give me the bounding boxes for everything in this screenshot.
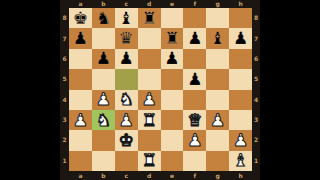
file-label-c: c [115, 171, 138, 180]
square-b2[interactable] [92, 130, 115, 150]
square-c7[interactable]: ♛ [115, 28, 138, 48]
file-label-a: a [69, 0, 92, 8]
file-label-f: f [183, 171, 206, 180]
square-g4[interactable] [206, 90, 229, 110]
square-e6[interactable]: ♟ [161, 49, 184, 69]
piece-white-pawn-h2[interactable]: ♟ [233, 131, 248, 148]
piece-white-pawn-g3[interactable]: ♟ [210, 111, 225, 128]
rank-label-6: 6 [60, 49, 69, 69]
rank-label-3: 3 [252, 110, 260, 130]
square-b7[interactable] [92, 28, 115, 48]
square-c8[interactable]: ♝ [115, 8, 138, 28]
piece-black-king-a8[interactable]: ♚ [73, 9, 88, 26]
file-label-d: d [138, 0, 161, 8]
square-e5[interactable] [161, 69, 184, 89]
piece-black-knight-b8[interactable]: ♞ [96, 9, 111, 26]
file-label-f: f [183, 0, 206, 8]
rank-label-1: 1 [60, 151, 69, 171]
rank-label-8: 8 [60, 8, 69, 28]
square-a5[interactable] [69, 69, 92, 89]
file-labels-bottom: abcdefgh [69, 171, 252, 180]
square-b4[interactable]: ♟ [92, 90, 115, 110]
square-e1[interactable] [161, 151, 184, 171]
square-a3[interactable]: ♟ [69, 110, 92, 130]
rank-labels-right: 87654321 [252, 8, 260, 171]
square-g6[interactable] [206, 49, 229, 69]
square-d4[interactable]: ♟ [138, 90, 161, 110]
square-c4[interactable]: ♞ [115, 90, 138, 110]
square-d2[interactable] [138, 130, 161, 150]
square-f5[interactable]: ♟ [183, 69, 206, 89]
square-f3[interactable]: ♛ [183, 110, 206, 130]
square-d7[interactable] [138, 28, 161, 48]
piece-white-knight-b3[interactable]: ♞ [96, 111, 111, 128]
square-e8[interactable] [161, 8, 184, 28]
piece-black-pawn-b6[interactable]: ♟ [96, 50, 111, 67]
square-g1[interactable] [206, 151, 229, 171]
square-e7[interactable]: ♜ [161, 28, 184, 48]
square-e4[interactable] [161, 90, 184, 110]
rank-label-4: 4 [60, 90, 69, 110]
rank-label-7: 7 [252, 28, 260, 48]
piece-black-rook-d8[interactable]: ♜ [141, 9, 156, 26]
piece-black-bishop-g7[interactable]: ♝ [210, 30, 225, 47]
rank-label-8: 8 [252, 8, 260, 28]
square-a4[interactable] [69, 90, 92, 110]
square-g5[interactable] [206, 69, 229, 89]
rank-label-7: 7 [60, 28, 69, 48]
file-label-c: c [115, 0, 138, 8]
square-g2[interactable] [206, 130, 229, 150]
piece-black-rook-e7[interactable]: ♜ [164, 30, 179, 47]
piece-white-rook-d1[interactable]: ♜ [141, 152, 156, 169]
chess-board[interactable]: ♚♞♝♜♟♛♜♟♝♟♟♟♟♟♟♞♟♟♞♟♜♛♟♚♟♟♜♝ [69, 8, 252, 171]
square-f8[interactable] [183, 8, 206, 28]
rank-label-6: 6 [252, 49, 260, 69]
square-g7[interactable]: ♝ [206, 28, 229, 48]
square-f2[interactable]: ♟ [183, 130, 206, 150]
file-label-g: g [206, 171, 229, 180]
rank-label-3: 3 [60, 110, 69, 130]
rank-label-2: 2 [252, 130, 260, 150]
square-h1[interactable]: ♝ [229, 151, 252, 171]
piece-white-pawn-f2[interactable]: ♟ [187, 131, 202, 148]
piece-white-pawn-a3[interactable]: ♟ [73, 111, 88, 128]
piece-white-pawn-b4[interactable]: ♟ [96, 91, 111, 108]
rank-label-1: 1 [252, 151, 260, 171]
square-h8[interactable] [229, 8, 252, 28]
piece-white-queen-f3[interactable]: ♛ [187, 111, 202, 128]
square-h7[interactable]: ♟ [229, 28, 252, 48]
square-f7[interactable]: ♟ [183, 28, 206, 48]
square-b8[interactable]: ♞ [92, 8, 115, 28]
file-label-b: b [92, 0, 115, 8]
piece-white-rook-d3[interactable]: ♜ [141, 111, 156, 128]
square-c3[interactable]: ♟ [115, 110, 138, 130]
square-a7[interactable]: ♟ [69, 28, 92, 48]
rank-labels-left: 87654321 [60, 8, 69, 171]
square-h4[interactable] [229, 90, 252, 110]
square-d5[interactable] [138, 69, 161, 89]
square-b3[interactable]: ♞ [92, 110, 115, 130]
video-frame: abcdefgh 87654321 ♚♞♝♜♟♛♜♟♝♟♟♟♟♟♟♞♟♟♞♟♜♛… [0, 0, 320, 180]
piece-black-pawn-f5[interactable]: ♟ [187, 70, 202, 87]
square-g8[interactable] [206, 8, 229, 28]
square-b1[interactable] [92, 151, 115, 171]
piece-black-pawn-a7[interactable]: ♟ [73, 30, 88, 47]
chess-diagram: abcdefgh 87654321 ♚♞♝♜♟♛♜♟♝♟♟♟♟♟♟♞♟♟♞♟♜♛… [60, 0, 260, 180]
square-c1[interactable] [115, 151, 138, 171]
square-a8[interactable]: ♚ [69, 8, 92, 28]
square-d8[interactable]: ♜ [138, 8, 161, 28]
square-c5[interactable] [115, 69, 138, 89]
file-label-a: a [69, 171, 92, 180]
square-h5[interactable] [229, 69, 252, 89]
square-b6[interactable]: ♟ [92, 49, 115, 69]
square-e3[interactable] [161, 110, 184, 130]
file-label-g: g [206, 0, 229, 8]
square-f4[interactable] [183, 90, 206, 110]
piece-white-bishop-h1[interactable]: ♝ [233, 152, 248, 169]
file-labels-top: abcdefgh [69, 0, 252, 8]
square-b5[interactable] [92, 69, 115, 89]
rank-label-4: 4 [252, 90, 260, 110]
square-a2[interactable] [69, 130, 92, 150]
square-c2[interactable]: ♚ [115, 130, 138, 150]
rank-label-5: 5 [252, 69, 260, 89]
piece-white-knight-c4[interactable]: ♞ [119, 91, 134, 108]
file-label-d: d [138, 171, 161, 180]
piece-white-pawn-d4[interactable]: ♟ [141, 91, 156, 108]
file-label-b: b [92, 171, 115, 180]
piece-white-pawn-c3[interactable]: ♟ [119, 111, 134, 128]
square-e2[interactable] [161, 130, 184, 150]
square-g3[interactable]: ♟ [206, 110, 229, 130]
square-a6[interactable] [69, 49, 92, 69]
piece-black-bishop-c8[interactable]: ♝ [119, 9, 134, 26]
piece-black-pawn-f7[interactable]: ♟ [187, 30, 202, 47]
piece-black-pawn-c6[interactable]: ♟ [119, 50, 134, 67]
rank-label-2: 2 [60, 130, 69, 150]
file-label-h: h [229, 0, 252, 8]
square-d3[interactable]: ♜ [138, 110, 161, 130]
square-f1[interactable] [183, 151, 206, 171]
square-f6[interactable] [183, 49, 206, 69]
file-label-e: e [161, 171, 184, 180]
file-label-e: e [161, 0, 184, 8]
square-d6[interactable] [138, 49, 161, 69]
square-a1[interactable] [69, 151, 92, 171]
piece-black-queen-c7[interactable]: ♛ [119, 30, 134, 47]
piece-black-pawn-h7[interactable]: ♟ [233, 30, 248, 47]
square-c6[interactable]: ♟ [115, 49, 138, 69]
square-h3[interactable] [229, 110, 252, 130]
rank-label-5: 5 [60, 69, 69, 89]
square-d1[interactable]: ♜ [138, 151, 161, 171]
square-h6[interactable] [229, 49, 252, 69]
piece-black-pawn-e6[interactable]: ♟ [164, 50, 179, 67]
piece-white-king-c2[interactable]: ♚ [119, 131, 134, 148]
file-label-h: h [229, 171, 252, 180]
square-h2[interactable]: ♟ [229, 130, 252, 150]
